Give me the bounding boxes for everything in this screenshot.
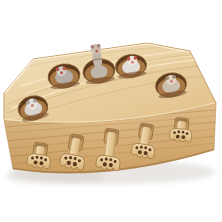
product-photo-svg bbox=[0, 0, 222, 222]
product-image bbox=[0, 0, 222, 222]
